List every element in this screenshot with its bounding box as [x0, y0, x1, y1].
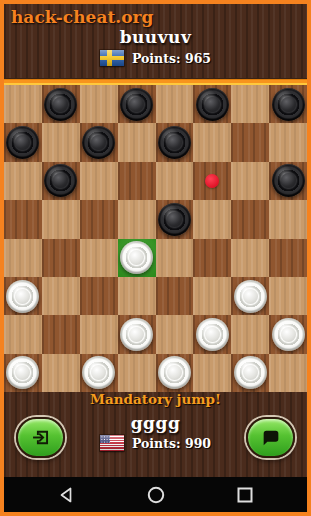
square-2-5[interactable]	[193, 162, 231, 200]
white-piece[interactable]	[158, 356, 191, 389]
square-1-7	[269, 123, 307, 161]
square-3-0[interactable]	[4, 200, 42, 238]
square-6-2	[80, 315, 118, 353]
square-7-1	[42, 354, 80, 392]
sweden-flag-icon	[100, 50, 124, 66]
square-2-6	[231, 162, 269, 200]
square-7-6[interactable]	[231, 354, 269, 392]
square-2-1[interactable]	[42, 162, 80, 200]
player-name: gggg	[131, 413, 181, 433]
usa-flag-icon	[100, 435, 124, 451]
exit-door-arrow-icon	[30, 427, 51, 448]
black-piece[interactable]	[44, 164, 77, 197]
square-5-0[interactable]	[4, 277, 42, 315]
square-4-7[interactable]	[269, 239, 307, 277]
jump-target-dot[interactable]	[205, 174, 219, 188]
square-1-3	[118, 123, 156, 161]
player-points-row: Points: 990	[100, 435, 211, 451]
square-7-2[interactable]	[80, 354, 118, 392]
square-3-5	[193, 200, 231, 238]
android-back-button[interactable]	[57, 485, 77, 505]
square-3-7	[269, 200, 307, 238]
square-0-4	[156, 85, 194, 123]
square-3-4[interactable]	[156, 200, 194, 238]
square-2-7[interactable]	[269, 162, 307, 200]
square-2-4	[156, 162, 194, 200]
player-panel: gggg Points: 990	[4, 408, 307, 477]
square-6-5[interactable]	[193, 315, 231, 353]
black-piece[interactable]	[158, 126, 191, 159]
square-0-7[interactable]	[269, 85, 307, 123]
white-piece[interactable]	[82, 356, 115, 389]
white-piece[interactable]	[120, 241, 153, 274]
black-piece[interactable]	[44, 88, 77, 121]
white-piece[interactable]	[6, 280, 39, 313]
square-7-0[interactable]	[4, 354, 42, 392]
square-6-3[interactable]	[118, 315, 156, 353]
square-0-5[interactable]	[193, 85, 231, 123]
usa-flag-canton	[100, 435, 110, 443]
white-piece[interactable]	[6, 356, 39, 389]
opponent-points-row: Points: 965	[100, 50, 211, 66]
header-separator	[4, 78, 307, 85]
chat-button[interactable]	[246, 417, 295, 458]
square-4-4	[156, 239, 194, 277]
square-3-3	[118, 200, 156, 238]
square-4-0	[4, 239, 42, 277]
square-1-4[interactable]	[156, 123, 194, 161]
recents-square-icon	[235, 485, 255, 505]
square-0-6	[231, 85, 269, 123]
square-3-1	[42, 200, 80, 238]
chat-bubble-icon	[260, 427, 282, 449]
opponent-points: Points: 965	[132, 51, 211, 66]
square-5-6[interactable]	[231, 277, 269, 315]
black-piece[interactable]	[196, 88, 229, 121]
square-5-3	[118, 277, 156, 315]
black-piece[interactable]	[272, 88, 305, 121]
square-0-2	[80, 85, 118, 123]
checkers-board[interactable]	[4, 85, 307, 392]
square-4-2	[80, 239, 118, 277]
square-0-3[interactable]	[118, 85, 156, 123]
square-6-6	[231, 315, 269, 353]
square-7-5	[193, 354, 231, 392]
square-4-5[interactable]	[193, 239, 231, 277]
square-4-1[interactable]	[42, 239, 80, 277]
white-piece[interactable]	[234, 356, 267, 389]
square-7-4[interactable]	[156, 354, 194, 392]
square-7-3	[118, 354, 156, 392]
back-triangle-icon	[57, 485, 77, 505]
white-piece[interactable]	[196, 318, 229, 351]
square-2-3[interactable]	[118, 162, 156, 200]
square-2-0	[4, 162, 42, 200]
square-6-1[interactable]	[42, 315, 80, 353]
black-piece[interactable]	[158, 203, 191, 236]
white-piece[interactable]	[120, 318, 153, 351]
square-0-0	[4, 85, 42, 123]
android-recents-button[interactable]	[235, 485, 255, 505]
watermark-site-label: hack-cheat.org	[11, 7, 153, 27]
opponent-panel: hack-cheat.org buuvuv Points: 965	[4, 4, 307, 78]
player-points: Points: 990	[132, 436, 211, 451]
square-5-1	[42, 277, 80, 315]
opponent-name: buuvuv	[120, 27, 192, 47]
square-5-7	[269, 277, 307, 315]
square-6-7[interactable]	[269, 315, 307, 353]
square-5-2[interactable]	[80, 277, 118, 315]
square-6-0	[4, 315, 42, 353]
square-3-2[interactable]	[80, 200, 118, 238]
status-message: Mandatory jump!	[4, 392, 307, 408]
square-5-4[interactable]	[156, 277, 194, 315]
square-5-5	[193, 277, 231, 315]
android-navbar	[4, 477, 307, 512]
black-piece[interactable]	[82, 126, 115, 159]
square-7-7	[269, 354, 307, 392]
square-1-2[interactable]	[80, 123, 118, 161]
black-piece[interactable]	[6, 126, 39, 159]
home-circle-icon	[146, 485, 166, 505]
square-6-4	[156, 315, 194, 353]
square-3-6[interactable]	[231, 200, 269, 238]
exit-button[interactable]	[16, 417, 65, 458]
black-piece[interactable]	[272, 164, 305, 197]
black-piece[interactable]	[120, 88, 153, 121]
square-2-2	[80, 162, 118, 200]
square-1-5	[193, 123, 231, 161]
app-screen: hack-cheat.org buuvuv Points: 965 Mandat…	[0, 0, 311, 516]
android-home-button[interactable]	[146, 485, 166, 505]
square-1-6[interactable]	[231, 123, 269, 161]
white-piece[interactable]	[272, 318, 305, 351]
white-piece[interactable]	[234, 280, 267, 313]
square-1-1	[42, 123, 80, 161]
square-1-0[interactable]	[4, 123, 42, 161]
square-0-1[interactable]	[42, 85, 80, 123]
selected-square[interactable]	[118, 239, 156, 277]
square-4-6	[231, 239, 269, 277]
